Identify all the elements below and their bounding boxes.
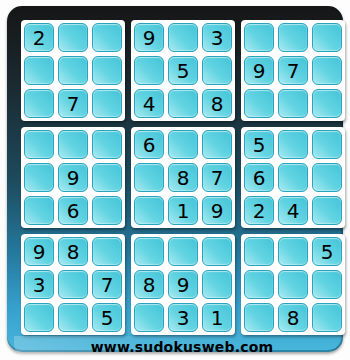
cell-r2c8[interactable]: 7: [278, 56, 308, 85]
cell-r3c1[interactable]: [24, 89, 54, 118]
cell-r5c8[interactable]: [278, 163, 308, 192]
cell-r9c8[interactable]: 8: [278, 303, 308, 332]
cell-r3c8[interactable]: [278, 89, 308, 118]
cell-r1c2[interactable]: [58, 23, 88, 52]
sudoku-board: 2793548979668719562498375893158: [21, 20, 345, 335]
cell-r5c9[interactable]: [312, 163, 342, 192]
site-url: www.sudokusweb.com: [91, 339, 274, 355]
cell-r3c6[interactable]: 8: [202, 89, 232, 118]
cell-r3c4[interactable]: 4: [134, 89, 164, 118]
cell-r5c6[interactable]: 7: [202, 163, 232, 192]
cell-r8c3[interactable]: 7: [92, 270, 122, 299]
board-frame: 2793548979668719562498375893158 www.sudo…: [7, 6, 343, 352]
cell-r5c7[interactable]: 6: [244, 163, 274, 192]
cell-r9c3[interactable]: 5: [92, 303, 122, 332]
cell-r9c5[interactable]: 3: [168, 303, 198, 332]
cell-r2c7[interactable]: 9: [244, 56, 274, 85]
cell-r6c5[interactable]: 1: [168, 196, 198, 225]
cell-r3c9[interactable]: [312, 89, 342, 118]
cell-r9c7[interactable]: [244, 303, 274, 332]
cell-r4c4[interactable]: 6: [134, 130, 164, 159]
cell-r7c2[interactable]: 8: [58, 237, 88, 266]
box-5: 68719: [131, 127, 235, 228]
cell-r9c2[interactable]: [58, 303, 88, 332]
cell-r8c9[interactable]: [312, 270, 342, 299]
cell-r7c1[interactable]: 9: [24, 237, 54, 266]
cell-r6c2[interactable]: 6: [58, 196, 88, 225]
cell-r6c6[interactable]: 9: [202, 196, 232, 225]
cell-r1c1[interactable]: 2: [24, 23, 54, 52]
cell-r2c5[interactable]: 5: [168, 56, 198, 85]
cell-r5c5[interactable]: 8: [168, 163, 198, 192]
box-1: 27: [21, 20, 125, 121]
cell-r7c9[interactable]: 5: [312, 237, 342, 266]
cell-r7c5[interactable]: [168, 237, 198, 266]
cell-r2c2[interactable]: [58, 56, 88, 85]
cell-r5c3[interactable]: [92, 163, 122, 192]
cell-r4c2[interactable]: [58, 130, 88, 159]
cell-r1c8[interactable]: [278, 23, 308, 52]
cell-r4c7[interactable]: 5: [244, 130, 274, 159]
cell-r4c1[interactable]: [24, 130, 54, 159]
footer-band: www.sudokusweb.com: [14, 336, 350, 358]
cell-r4c8[interactable]: [278, 130, 308, 159]
cell-r9c9[interactable]: [312, 303, 342, 332]
cell-r6c7[interactable]: 2: [244, 196, 274, 225]
cell-r4c3[interactable]: [92, 130, 122, 159]
cell-r5c2[interactable]: 9: [58, 163, 88, 192]
cell-r1c5[interactable]: [168, 23, 198, 52]
cell-r4c9[interactable]: [312, 130, 342, 159]
cell-r8c6[interactable]: [202, 270, 232, 299]
cell-r6c8[interactable]: 4: [278, 196, 308, 225]
cell-r5c4[interactable]: [134, 163, 164, 192]
sudoku-page: 2793548979668719562498375893158 www.sudo…: [0, 0, 350, 360]
cell-r1c6[interactable]: 3: [202, 23, 232, 52]
cell-r7c8[interactable]: [278, 237, 308, 266]
cell-r2c1[interactable]: [24, 56, 54, 85]
cell-r7c7[interactable]: [244, 237, 274, 266]
cell-r8c4[interactable]: 8: [134, 270, 164, 299]
cell-r9c1[interactable]: [24, 303, 54, 332]
cell-r3c7[interactable]: [244, 89, 274, 118]
box-6: 5624: [241, 127, 345, 228]
cell-r6c4[interactable]: [134, 196, 164, 225]
box-4: 96: [21, 127, 125, 228]
box-3: 97: [241, 20, 345, 121]
cell-r8c8[interactable]: [278, 270, 308, 299]
cell-r1c4[interactable]: 9: [134, 23, 164, 52]
cell-r2c6[interactable]: [202, 56, 232, 85]
cell-r8c2[interactable]: [58, 270, 88, 299]
cell-r7c3[interactable]: [92, 237, 122, 266]
cell-r8c1[interactable]: 3: [24, 270, 54, 299]
cell-r3c2[interactable]: 7: [58, 89, 88, 118]
cell-r1c3[interactable]: [92, 23, 122, 52]
box-7: 98375: [21, 234, 125, 335]
cell-r2c4[interactable]: [134, 56, 164, 85]
cell-r1c9[interactable]: [312, 23, 342, 52]
cell-r2c9[interactable]: [312, 56, 342, 85]
cell-r8c7[interactable]: [244, 270, 274, 299]
cell-r9c4[interactable]: [134, 303, 164, 332]
cell-r9c6[interactable]: 1: [202, 303, 232, 332]
cell-r7c4[interactable]: [134, 237, 164, 266]
cell-r5c1[interactable]: [24, 163, 54, 192]
cell-r3c5[interactable]: [168, 89, 198, 118]
cell-r8c5[interactable]: 9: [168, 270, 198, 299]
cell-r6c3[interactable]: [92, 196, 122, 225]
box-2: 93548: [131, 20, 235, 121]
cell-r6c9[interactable]: [312, 196, 342, 225]
cell-r4c6[interactable]: [202, 130, 232, 159]
cell-r6c1[interactable]: [24, 196, 54, 225]
cell-r3c3[interactable]: [92, 89, 122, 118]
cell-r7c6[interactable]: [202, 237, 232, 266]
cell-r1c7[interactable]: [244, 23, 274, 52]
box-8: 8931: [131, 234, 235, 335]
box-9: 58: [241, 234, 345, 335]
cell-r2c3[interactable]: [92, 56, 122, 85]
cell-r4c5[interactable]: [168, 130, 198, 159]
